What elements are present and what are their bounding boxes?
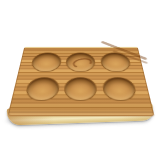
- mancala-board: [7, 47, 154, 117]
- pit-r1-c3[interactable]: [100, 52, 132, 72]
- photo-background: [0, 0, 160, 160]
- pit-r1-c2[interactable]: [66, 52, 96, 72]
- pit-r2-c1[interactable]: [24, 77, 60, 101]
- pit-r2-c3[interactable]: [102, 77, 138, 101]
- wood-knot-swirl-icon: [71, 57, 94, 70]
- pit-cell: [20, 75, 63, 105]
- pit-cell: [63, 50, 99, 74]
- pit-cell: [61, 75, 101, 105]
- pit-grid: [9, 48, 153, 115]
- pit-cell: [99, 75, 142, 105]
- pit-cell: [97, 50, 135, 74]
- pit-r1-c1[interactable]: [30, 52, 62, 72]
- pit-r2-c2[interactable]: [64, 77, 98, 101]
- pit-cell: [27, 50, 65, 74]
